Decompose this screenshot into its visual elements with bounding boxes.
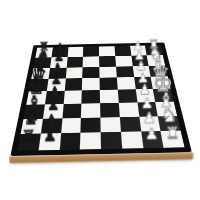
white-pawn-piece: ♟ xyxy=(145,126,159,141)
pieces-layer: ♜♟♟♜♞♟♟♞♝♟♟♝♛♟♟♛♚♟♟♚♝♟♟♝♞♟♟♞♜♟♟♜ xyxy=(17,45,184,151)
black-knight-piece: ♞ xyxy=(23,108,40,127)
black-pawn-piece: ♟ xyxy=(47,98,60,112)
chess-board: ♜♟♟♜♞♟♟♞♝♟♟♝♛♟♟♛♚♟♟♚♝♟♟♝♞♟♟♞♜♟♟♜ xyxy=(10,42,192,156)
black-rook-piece: ♜ xyxy=(21,127,36,144)
white-pawn-piece: ♟ xyxy=(141,96,154,110)
black-pawn-piece: ♟ xyxy=(42,128,56,143)
chessboard-photo: ♜♟♟♜♞♟♟♞♝♟♟♝♛♟♟♛♚♟♟♚♝♟♟♝♞♟♟♞♜♟♟♜ xyxy=(0,0,200,200)
board-wood-edge xyxy=(9,152,193,163)
black-pawn-piece: ♟ xyxy=(45,112,58,127)
white-pawn-piece: ♟ xyxy=(143,110,156,125)
board-scene: ♜♟♟♜♞♟♟♞♝♟♟♝♛♟♟♛♚♟♟♚♝♟♟♝♞♟♟♞♜♟♟♜ xyxy=(22,12,177,167)
white-rook-piece: ♜ xyxy=(165,124,180,141)
photo-tilt-wrapper: ♜♟♟♜♞♟♟♞♝♟♟♝♛♟♟♛♚♟♟♚♝♟♟♝♞♟♟♞♜♟♟♜ xyxy=(0,0,200,200)
white-knight-piece: ♞ xyxy=(161,106,178,125)
